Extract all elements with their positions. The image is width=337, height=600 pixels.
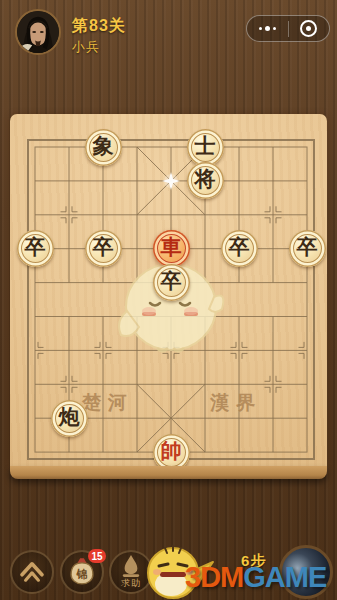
move-sparkle-icon: [162, 172, 180, 190]
avatar-portrait: [17, 11, 59, 53]
more-icon[interactable]: [247, 16, 288, 41]
piece-glyph: 炮: [59, 407, 80, 428]
piece-glyph: 卒: [161, 271, 182, 292]
top-bar: 第83关 小兵: [0, 0, 337, 62]
piece-将-black[interactable]: 将: [187, 162, 224, 199]
svg-text:锦: 锦: [76, 568, 88, 581]
level-title: 第83关: [72, 16, 126, 37]
piece-象-black[interactable]: 象: [85, 129, 122, 166]
exit-icon[interactable]: [289, 16, 330, 41]
board-surface: 楚河 漢界 象士将卒卒車卒卒卒炮帥: [10, 114, 327, 466]
piece-glyph: 卒: [93, 237, 114, 258]
xiangqi-puzzle-screen: { "game": "xiangqi", "position": { "fen"…: [0, 0, 337, 600]
miniprogram-capsule: [246, 15, 330, 42]
chevron-up-icon: [12, 552, 52, 592]
menu-toggle-button[interactable]: [10, 550, 54, 594]
piece-卒-black[interactable]: 卒: [153, 264, 190, 301]
watermark: 3DMGAME: [185, 561, 326, 594]
tip-bag-button[interactable]: 锦 15: [60, 550, 104, 594]
piece-glyph: 将: [195, 169, 216, 190]
piece-glyph: 卒: [297, 237, 318, 258]
watermark-3dm: 3DM: [185, 561, 243, 593]
watermark-game: GAME: [243, 561, 326, 593]
river-label-right: 漢界: [210, 390, 262, 416]
piece-glyph: 卒: [25, 237, 46, 258]
piece-glyph: 士: [195, 136, 216, 157]
piece-卒-black[interactable]: 卒: [85, 230, 122, 267]
piece-卒-black[interactable]: 卒: [221, 230, 258, 267]
piece-glyph: 象: [93, 136, 114, 157]
level-subtitle: 小兵: [72, 38, 100, 56]
piece-車-red[interactable]: 車: [153, 230, 190, 267]
piece-glyph: 卒: [229, 237, 250, 258]
bag-count-badge: 15: [88, 549, 106, 563]
piece-卒-black[interactable]: 卒: [17, 230, 54, 267]
river-label-left: 楚河: [82, 390, 134, 416]
piece-卒-black[interactable]: 卒: [289, 230, 326, 267]
board-bevel-edge: [10, 466, 327, 479]
xiangqi-board[interactable]: 楚河 漢界 象士将卒卒車卒卒卒炮帥: [10, 114, 327, 480]
piece-士-black[interactable]: 士: [187, 129, 224, 166]
piece-glyph: 車: [161, 237, 182, 258]
piece-炮-black[interactable]: 炮: [51, 400, 88, 437]
piece-glyph: 帥: [161, 441, 182, 462]
player-avatar[interactable]: [15, 9, 61, 55]
